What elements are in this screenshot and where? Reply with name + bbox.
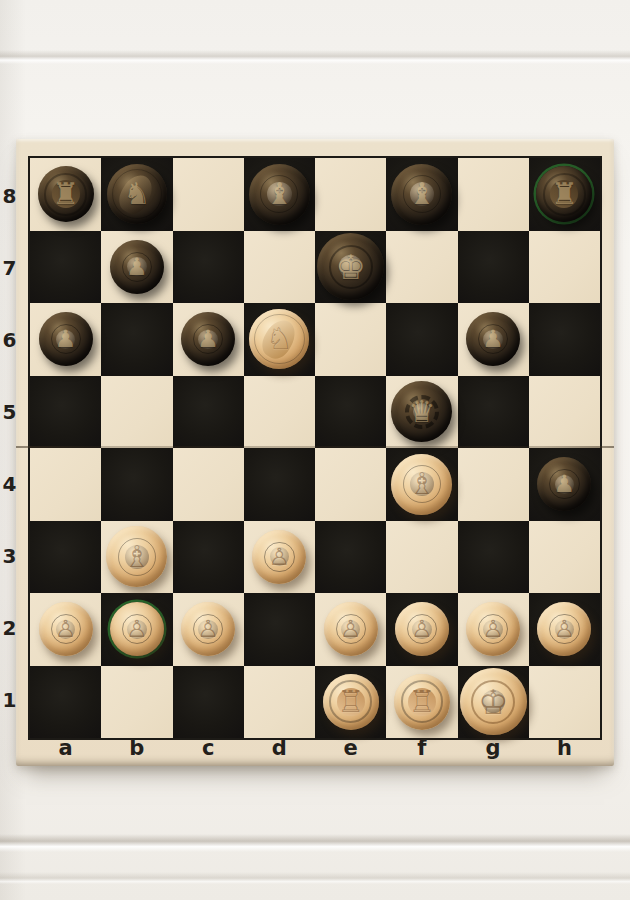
- square-f4[interactable]: ♗: [386, 448, 457, 521]
- piece-black-bishop-d8[interactable]: ♝: [249, 164, 310, 225]
- rank-label-7: 7: [1, 256, 18, 280]
- piece-white-king-g1[interactable]: ♔: [460, 668, 527, 735]
- piece-black-queen-f5[interactable]: ♛: [391, 381, 452, 442]
- square-g5[interactable]: [458, 376, 529, 449]
- wall-plank-seam-bottom-2: [0, 872, 630, 884]
- square-e1[interactable]: ♖: [315, 666, 386, 739]
- rank-label-4: 4: [1, 472, 18, 496]
- white-bishop-glyph: ♗: [123, 542, 150, 572]
- black-rook-glyph: ♜: [52, 179, 79, 209]
- piece-black-knight-b8[interactable]: ♞: [107, 164, 167, 224]
- square-b3[interactable]: ♗: [101, 521, 172, 594]
- square-f7[interactable]: [386, 231, 457, 304]
- square-h7[interactable]: [529, 231, 600, 304]
- white-rook-glyph: ♖: [337, 687, 364, 717]
- square-a5[interactable]: [30, 376, 101, 449]
- piece-white-pawn-f2[interactable]: ♙: [395, 602, 449, 656]
- square-h5[interactable]: [529, 376, 600, 449]
- square-e3[interactable]: [315, 521, 386, 594]
- piece-white-pawn-h2[interactable]: ♙: [537, 602, 591, 656]
- white-pawn-glyph: ♙: [411, 617, 433, 641]
- square-a4[interactable]: [30, 448, 101, 521]
- wall-plank-seam-bottom: [0, 834, 630, 852]
- white-king-glyph: ♔: [478, 685, 508, 719]
- file-label-b: b: [122, 736, 152, 760]
- square-e5[interactable]: [315, 376, 386, 449]
- white-pawn-glyph: ♙: [197, 617, 219, 641]
- rank-label-6: 6: [1, 328, 18, 352]
- photo-canvas: ♜♞♝♝♜♟♚♟♟♘♟♛♗♟♗♙♙♙♙♙♙♙♙♖♖♔ 87654321abcde…: [0, 0, 630, 900]
- rank-label-8: 8: [1, 184, 18, 208]
- piece-white-bishop-b3[interactable]: ♗: [106, 526, 167, 587]
- white-pawn-glyph: ♙: [340, 617, 362, 641]
- square-h2[interactable]: ♙: [529, 593, 600, 666]
- square-c1[interactable]: [173, 666, 244, 739]
- square-d8[interactable]: ♝: [244, 158, 315, 231]
- board-fold-seam: [16, 446, 614, 448]
- square-d4[interactable]: [244, 448, 315, 521]
- piece-black-pawn-c6[interactable]: ♟: [181, 312, 235, 366]
- square-b2[interactable]: ♙: [101, 593, 172, 666]
- file-label-f: f: [407, 736, 437, 760]
- square-c5[interactable]: [173, 376, 244, 449]
- piece-black-bishop-f8[interactable]: ♝: [391, 164, 452, 225]
- square-b6[interactable]: [101, 303, 172, 376]
- square-h6[interactable]: [529, 303, 600, 376]
- wall-plank-seam-top: [0, 50, 630, 64]
- piece-white-bishop-f4[interactable]: ♗: [391, 454, 452, 515]
- square-f2[interactable]: ♙: [386, 593, 457, 666]
- black-king-glyph: ♚: [335, 250, 365, 284]
- piece-white-pawn-d3[interactable]: ♙: [252, 530, 306, 584]
- square-g3[interactable]: [458, 521, 529, 594]
- file-label-c: c: [193, 736, 223, 760]
- white-rook-glyph: ♖: [408, 687, 435, 717]
- square-e4[interactable]: [315, 448, 386, 521]
- square-a6[interactable]: ♟: [30, 303, 101, 376]
- black-queen-glyph: ♛: [408, 397, 435, 427]
- square-f3[interactable]: [386, 521, 457, 594]
- piece-black-pawn-a6[interactable]: ♟: [39, 312, 93, 366]
- chess-board-panel: ♜♞♝♝♜♟♚♟♟♘♟♛♗♟♗♙♙♙♙♙♙♙♙♖♖♔: [16, 139, 614, 766]
- black-rook-glyph: ♜: [551, 179, 578, 209]
- square-d5[interactable]: [244, 376, 315, 449]
- piece-black-pawn-b7[interactable]: ♟: [110, 240, 164, 294]
- square-f1[interactable]: ♖: [386, 666, 457, 739]
- square-e2[interactable]: ♙: [315, 593, 386, 666]
- piece-white-knight-d6[interactable]: ♘: [249, 309, 309, 369]
- file-label-h: h: [549, 736, 579, 760]
- square-d7[interactable]: [244, 231, 315, 304]
- piece-white-rook-e1[interactable]: ♖: [323, 674, 379, 730]
- square-a1[interactable]: [30, 666, 101, 739]
- square-g6[interactable]: ♟: [458, 303, 529, 376]
- piece-white-pawn-b2[interactable]: ♙: [110, 602, 164, 656]
- square-c4[interactable]: [173, 448, 244, 521]
- rank-label-5: 5: [1, 400, 18, 424]
- piece-white-pawn-g2[interactable]: ♙: [466, 602, 520, 656]
- square-f6[interactable]: [386, 303, 457, 376]
- white-pawn-glyph: ♙: [126, 617, 148, 641]
- square-g8[interactable]: [458, 158, 529, 231]
- square-c3[interactable]: [173, 521, 244, 594]
- rank-label-2: 2: [1, 616, 18, 640]
- white-pawn-glyph: ♙: [55, 617, 77, 641]
- piece-white-pawn-c2[interactable]: ♙: [181, 602, 235, 656]
- black-pawn-glyph: ♟: [554, 472, 576, 496]
- piece-white-pawn-e2[interactable]: ♙: [324, 602, 378, 656]
- square-d6[interactable]: ♘: [244, 303, 315, 376]
- black-bishop-glyph: ♝: [266, 179, 293, 209]
- black-pawn-glyph: ♟: [55, 327, 77, 351]
- square-h4[interactable]: ♟: [529, 448, 600, 521]
- file-label-g: g: [478, 736, 508, 760]
- piece-black-rook-a8[interactable]: ♜: [38, 166, 94, 222]
- rank-label-3: 3: [1, 544, 18, 568]
- white-pawn-glyph: ♙: [482, 617, 504, 641]
- square-b7[interactable]: ♟: [101, 231, 172, 304]
- square-c7[interactable]: [173, 231, 244, 304]
- square-b8[interactable]: ♞: [101, 158, 172, 231]
- white-knight-glyph: ♘: [266, 324, 293, 354]
- square-d3[interactable]: ♙: [244, 521, 315, 594]
- square-h8[interactable]: ♜: [529, 158, 600, 231]
- square-g7[interactable]: [458, 231, 529, 304]
- square-a2[interactable]: ♙: [30, 593, 101, 666]
- white-pawn-glyph: ♙: [554, 617, 576, 641]
- piece-black-pawn-g6[interactable]: ♟: [466, 312, 520, 366]
- chess-board-grid: ♜♞♝♝♜♟♚♟♟♘♟♛♗♟♗♙♙♙♙♙♙♙♙♖♖♔: [28, 156, 602, 740]
- square-g2[interactable]: ♙: [458, 593, 529, 666]
- square-h3[interactable]: [529, 521, 600, 594]
- square-d2[interactable]: [244, 593, 315, 666]
- black-pawn-glyph: ♟: [197, 327, 219, 351]
- square-f8[interactable]: ♝: [386, 158, 457, 231]
- square-d1[interactable]: [244, 666, 315, 739]
- square-b5[interactable]: [101, 376, 172, 449]
- square-f5[interactable]: ♛: [386, 376, 457, 449]
- black-bishop-glyph: ♝: [408, 179, 435, 209]
- square-c2[interactable]: ♙: [173, 593, 244, 666]
- piece-white-rook-f1[interactable]: ♖: [394, 674, 450, 730]
- square-b1[interactable]: [101, 666, 172, 739]
- square-a8[interactable]: ♜: [30, 158, 101, 231]
- file-label-d: d: [264, 736, 294, 760]
- white-bishop-glyph: ♗: [408, 469, 435, 499]
- file-label-e: e: [336, 736, 366, 760]
- piece-black-rook-h8[interactable]: ♜: [536, 166, 592, 222]
- square-g1[interactable]: ♔: [458, 666, 529, 739]
- black-pawn-glyph: ♟: [126, 255, 148, 279]
- piece-black-pawn-h4[interactable]: ♟: [537, 457, 591, 511]
- piece-black-king-e7[interactable]: ♚: [317, 233, 384, 300]
- square-c6[interactable]: ♟: [173, 303, 244, 376]
- square-b4[interactable]: [101, 448, 172, 521]
- square-c8[interactable]: [173, 158, 244, 231]
- square-e8[interactable]: [315, 158, 386, 231]
- rank-label-1: 1: [1, 688, 18, 712]
- square-a7[interactable]: [30, 231, 101, 304]
- square-e7[interactable]: ♚: [315, 231, 386, 304]
- file-label-a: a: [51, 736, 81, 760]
- black-pawn-glyph: ♟: [482, 327, 504, 351]
- square-e6[interactable]: [315, 303, 386, 376]
- square-h1[interactable]: [529, 666, 600, 739]
- square-a3[interactable]: [30, 521, 101, 594]
- square-g4[interactable]: [458, 448, 529, 521]
- white-pawn-glyph: ♙: [269, 545, 291, 569]
- piece-white-pawn-a2[interactable]: ♙: [39, 602, 93, 656]
- black-knight-glyph: ♞: [123, 179, 150, 209]
